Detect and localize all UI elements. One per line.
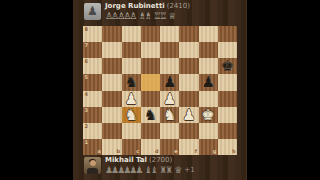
player-bottom-name-line: Mikhail Tal(2700) <box>105 157 195 164</box>
white-pawn[interactable]: ♟ <box>179 107 198 123</box>
square-f7[interactable] <box>179 42 198 58</box>
square-a2[interactable]: 2 <box>83 123 102 139</box>
file-label: b <box>116 149 120 154</box>
file-label: e <box>174 149 177 154</box>
square-b5[interactable] <box>102 74 121 90</box>
square-f1[interactable]: f <box>179 139 198 155</box>
black-pawn[interactable]: ♟ <box>199 74 218 90</box>
player-bottom: Mikhail Tal(2700) ♟♟♟♟♟♟ ♝♝ ♜♜ ♛+1 <box>84 157 195 175</box>
white-knight[interactable]: ♞ <box>122 107 141 123</box>
square-c1[interactable]: c <box>122 139 141 155</box>
square-e4[interactable]: ♟ <box>160 91 179 107</box>
square-d3[interactable]: ♞ <box>141 107 160 123</box>
rank-label: 1 <box>85 140 88 145</box>
square-h6[interactable]: ♚ <box>218 58 237 74</box>
square-a3[interactable]: 3 <box>83 107 102 123</box>
material-advantage: +1 <box>184 166 194 174</box>
square-e8[interactable] <box>160 26 179 42</box>
square-h1[interactable]: h <box>218 139 237 155</box>
square-f4[interactable] <box>179 91 198 107</box>
black-pawn[interactable]: ♟ <box>160 74 179 90</box>
white-pawn[interactable]: ♟ <box>160 91 179 107</box>
game-panel: ♟ Jorge Rubinetti(2410) ♙♙♙♙♙ ♗♗ ♖♖ ♕ 87… <box>73 0 247 180</box>
rank-label: 4 <box>85 92 88 97</box>
square-a4[interactable]: 4 <box>83 91 102 107</box>
rank-label: 3 <box>85 108 88 113</box>
square-a5[interactable]: 5 <box>83 74 102 90</box>
square-d5[interactable] <box>141 74 160 90</box>
rank-label: 2 <box>85 124 88 129</box>
square-a6[interactable]: 6 <box>83 58 102 74</box>
square-c5[interactable]: ♞ <box>122 74 141 90</box>
file-label: f <box>195 149 197 154</box>
square-e5[interactable]: ♟ <box>160 74 179 90</box>
player-name: Mikhail Tal <box>105 156 147 164</box>
square-e3[interactable]: ♞ <box>160 107 179 123</box>
black-king[interactable]: ♚ <box>218 58 237 74</box>
square-d7[interactable] <box>141 42 160 58</box>
captured-pieces-top: ♙♙♙♙♙ ♗♗ ♖♖ ♕ <box>105 12 190 21</box>
rank-label: 8 <box>85 27 88 32</box>
square-h3[interactable] <box>218 107 237 123</box>
square-g1[interactable]: g <box>199 139 218 155</box>
square-d6[interactable] <box>141 58 160 74</box>
square-e2[interactable] <box>160 123 179 139</box>
square-h8[interactable] <box>218 26 237 42</box>
square-d8[interactable] <box>141 26 160 42</box>
chess-board[interactable]: 876♚5♞♟♟4♟♟3♞♞♞♟♚21abcdefgh <box>83 26 237 155</box>
square-e1[interactable]: e <box>160 139 179 155</box>
player-name: Jorge Rubinetti <box>105 2 165 10</box>
square-h7[interactable] <box>218 42 237 58</box>
square-b2[interactable] <box>102 123 121 139</box>
square-g4[interactable] <box>199 91 218 107</box>
square-g5[interactable]: ♟ <box>199 74 218 90</box>
square-f2[interactable] <box>179 123 198 139</box>
rank-label: 7 <box>85 43 88 48</box>
square-g3[interactable]: ♚ <box>199 107 218 123</box>
square-f3[interactable]: ♟ <box>179 107 198 123</box>
square-g8[interactable] <box>199 26 218 42</box>
rank-label: 6 <box>85 59 88 64</box>
square-e6[interactable] <box>160 58 179 74</box>
square-c2[interactable] <box>122 123 141 139</box>
video-frame: ♟ Jorge Rubinetti(2410) ♙♙♙♙♙ ♗♗ ♖♖ ♕ 87… <box>0 0 320 180</box>
square-d1[interactable]: d <box>141 139 160 155</box>
square-a8[interactable]: 8 <box>83 26 102 42</box>
square-c6[interactable] <box>122 58 141 74</box>
square-e7[interactable] <box>160 42 179 58</box>
black-knight[interactable]: ♞ <box>141 107 160 123</box>
square-d4[interactable] <box>141 91 160 107</box>
square-b3[interactable] <box>102 107 121 123</box>
square-b6[interactable] <box>102 58 121 74</box>
square-h5[interactable] <box>218 74 237 90</box>
square-g6[interactable] <box>199 58 218 74</box>
file-label: h <box>232 149 236 154</box>
square-g2[interactable] <box>199 123 218 139</box>
black-knight[interactable]: ♞ <box>122 74 141 90</box>
square-b7[interactable] <box>102 42 121 58</box>
square-h2[interactable] <box>218 123 237 139</box>
file-label: d <box>155 149 159 154</box>
player-top-name-line: Jorge Rubinetti(2410) <box>105 3 190 10</box>
square-b1[interactable]: b <box>102 139 121 155</box>
square-a1[interactable]: 1a <box>83 139 102 155</box>
player-top: ♟ Jorge Rubinetti(2410) ♙♙♙♙♙ ♗♗ ♖♖ ♕ <box>84 3 190 21</box>
square-g7[interactable] <box>199 42 218 58</box>
portrait-photo-icon <box>84 157 101 174</box>
pawn-figurine-icon: ♟ <box>84 3 101 20</box>
square-b8[interactable] <box>102 26 121 42</box>
white-pawn[interactable]: ♟ <box>122 91 141 107</box>
square-b4[interactable] <box>102 91 121 107</box>
file-label: a <box>97 149 100 154</box>
rank-label: 5 <box>85 75 88 80</box>
player-rating: (2700) <box>149 156 172 164</box>
square-h4[interactable] <box>218 91 237 107</box>
square-d2[interactable] <box>141 123 160 139</box>
square-c4[interactable]: ♟ <box>122 91 141 107</box>
square-f6[interactable] <box>179 58 198 74</box>
square-f5[interactable] <box>179 74 198 90</box>
white-knight[interactable]: ♞ <box>160 107 179 123</box>
square-c3[interactable]: ♞ <box>122 107 141 123</box>
captured-pieces-bottom: ♟♟♟♟♟♟ ♝♝ ♜♜ ♛+1 <box>105 166 195 175</box>
file-label: c <box>136 149 139 154</box>
player-rating: (2410) <box>167 2 190 10</box>
file-label: g <box>213 149 217 154</box>
square-c8[interactable] <box>122 26 141 42</box>
white-king[interactable]: ♚ <box>199 107 218 123</box>
square-f8[interactable] <box>179 26 198 42</box>
square-c7[interactable] <box>122 42 141 58</box>
square-a7[interactable]: 7 <box>83 42 102 58</box>
